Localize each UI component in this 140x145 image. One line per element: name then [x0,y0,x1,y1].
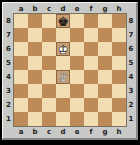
square-d8[interactable]: ♚ [56,14,70,28]
file-label-top-f: f [84,3,98,14]
square-h3[interactable] [112,84,126,98]
square-a3[interactable] [14,84,28,98]
square-h7[interactable] [112,28,126,42]
file-label-top-c: c [42,3,56,14]
rank-label-left-1: 1 [3,112,14,126]
square-c7[interactable] [42,28,56,42]
square-c1[interactable] [42,112,56,126]
chessboard-window: abcdefgh8♚8776♚♔6554♛♕4332211abcdefgh [0,0,140,145]
square-c5[interactable] [42,56,56,70]
rank-label-left-2: 2 [3,98,14,112]
square-c2[interactable] [42,98,56,112]
square-h1[interactable] [112,112,126,126]
file-label-bottom-f: f [84,126,98,138]
square-a1[interactable] [14,112,28,126]
square-e6[interactable] [70,42,84,56]
frame-corner [126,3,136,14]
square-c3[interactable] [42,84,56,98]
square-d1[interactable] [56,112,70,126]
rank-label-left-8: 8 [3,14,14,28]
square-e8[interactable] [70,14,84,28]
square-a6[interactable] [14,42,28,56]
square-e4[interactable] [70,70,84,84]
rank-label-right-6: 6 [126,42,136,56]
square-e7[interactable] [70,28,84,42]
file-label-bottom-c: c [42,126,56,138]
square-h6[interactable] [112,42,126,56]
file-label-top-e: e [70,3,84,14]
square-g4[interactable] [98,70,112,84]
square-f5[interactable] [84,56,98,70]
rank-label-right-4: 4 [126,70,136,84]
rank-label-right-3: 3 [126,84,136,98]
square-b4[interactable] [28,70,42,84]
piece-white-queen[interactable]: ♛♕ [57,71,70,84]
square-a4[interactable] [14,70,28,84]
rank-label-right-7: 7 [126,28,136,42]
square-d6[interactable]: ♚♔ [56,42,70,56]
square-h8[interactable] [112,14,126,28]
square-f6[interactable] [84,42,98,56]
square-d3[interactable] [56,84,70,98]
square-c4[interactable] [42,70,56,84]
file-label-bottom-h: h [112,126,126,138]
file-label-top-b: b [28,3,42,14]
file-label-top-a: a [14,3,28,14]
rank-label-left-6: 6 [3,42,14,56]
square-b8[interactable] [28,14,42,28]
square-f8[interactable] [84,14,98,28]
square-c6[interactable] [42,42,56,56]
file-label-top-g: g [98,3,112,14]
square-g6[interactable] [98,42,112,56]
file-label-bottom-g: g [98,126,112,138]
white-queen-outline-glyph: ♕ [57,71,70,84]
file-label-top-d: d [56,3,70,14]
file-label-top-h: h [112,3,126,14]
square-e3[interactable] [70,84,84,98]
square-d2[interactable] [56,98,70,112]
board-frame: abcdefgh8♚8776♚♔6554♛♕4332211abcdefgh [2,2,138,140]
frame-corner [126,126,136,138]
black-king-glyph: ♚ [57,15,70,28]
square-b5[interactable] [28,56,42,70]
square-b3[interactable] [28,84,42,98]
piece-white-king[interactable]: ♚♔ [57,43,70,56]
square-g2[interactable] [98,98,112,112]
board-grid: abcdefgh8♚8776♚♔6554♛♕4332211abcdefgh [3,3,136,138]
square-g3[interactable] [98,84,112,98]
square-e1[interactable] [70,112,84,126]
rank-label-left-4: 4 [3,70,14,84]
square-d5[interactable] [56,56,70,70]
square-b1[interactable] [28,112,42,126]
square-h5[interactable] [112,56,126,70]
square-g1[interactable] [98,112,112,126]
square-a2[interactable] [14,98,28,112]
square-a5[interactable] [14,56,28,70]
rank-label-right-1: 1 [126,112,136,126]
square-f2[interactable] [84,98,98,112]
square-g8[interactable] [98,14,112,28]
square-c8[interactable] [42,14,56,28]
square-h4[interactable] [112,70,126,84]
square-b6[interactable] [28,42,42,56]
square-g5[interactable] [98,56,112,70]
square-b7[interactable] [28,28,42,42]
file-label-bottom-a: a [14,126,28,138]
square-h2[interactable] [112,98,126,112]
square-f4[interactable] [84,70,98,84]
square-a7[interactable] [14,28,28,42]
rank-label-left-3: 3 [3,84,14,98]
rank-label-right-2: 2 [126,98,136,112]
square-e5[interactable] [70,56,84,70]
rank-label-right-5: 5 [126,56,136,70]
frame-corner [3,126,14,138]
rank-label-left-7: 7 [3,28,14,42]
piece-black-king[interactable]: ♚ [57,15,70,28]
square-a8[interactable] [14,14,28,28]
rank-label-right-8: 8 [126,14,136,28]
square-f7[interactable] [84,28,98,42]
square-f3[interactable] [84,84,98,98]
square-f1[interactable] [84,112,98,126]
white-king-outline-glyph: ♔ [57,43,70,56]
square-d4[interactable]: ♛♕ [56,70,70,84]
frame-corner [3,3,14,14]
file-label-bottom-b: b [28,126,42,138]
square-d7[interactable] [56,28,70,42]
file-label-bottom-e: e [70,126,84,138]
square-e2[interactable] [70,98,84,112]
square-g7[interactable] [98,28,112,42]
square-b2[interactable] [28,98,42,112]
rank-label-left-5: 5 [3,56,14,70]
file-label-bottom-d: d [56,126,70,138]
